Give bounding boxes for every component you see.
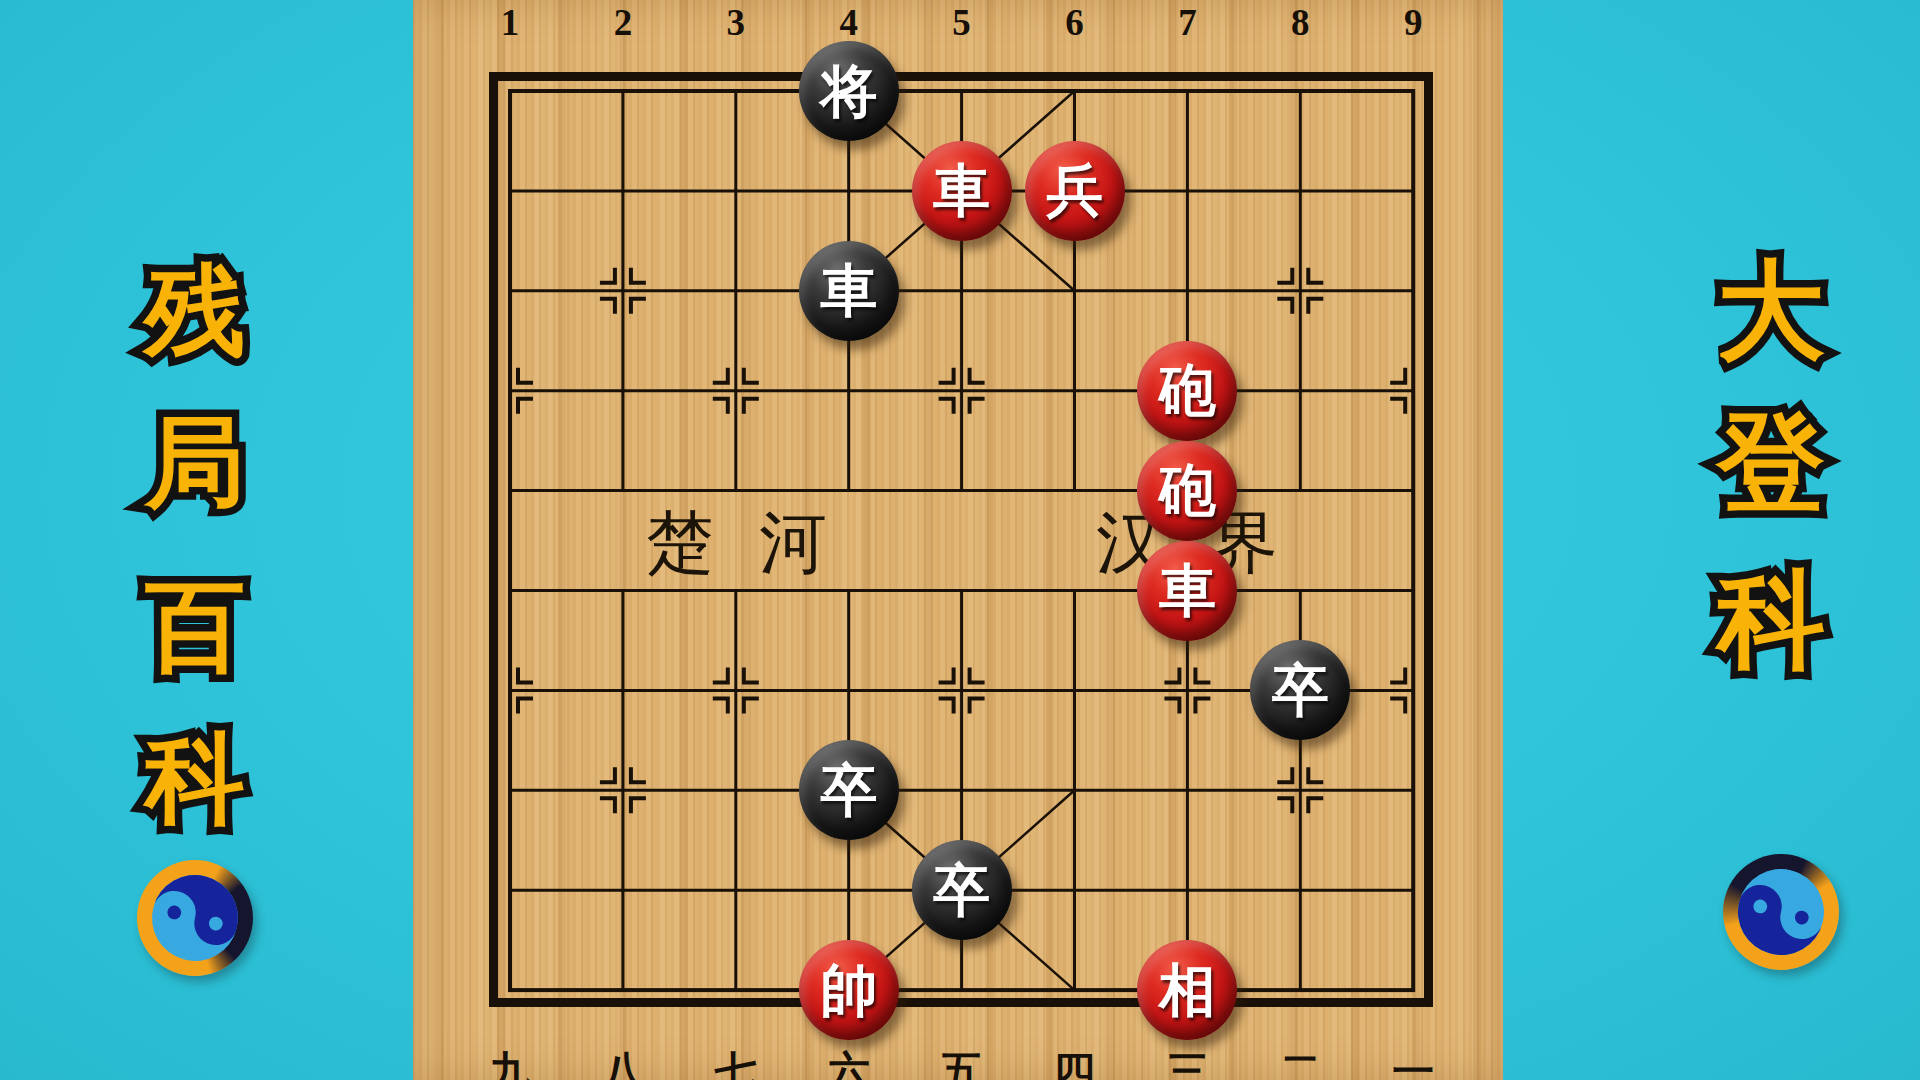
banner-left-char-1: 残残	[145, 262, 245, 362]
piece-char: 砲	[1159, 462, 1216, 519]
file-label-bottom-5: 五	[941, 1044, 983, 1080]
file-label-top-7: 7	[1178, 1, 1197, 44]
file-label-bottom-6: 四	[1054, 1044, 1096, 1080]
river-char-1: 楚	[646, 498, 714, 589]
file-label-top-6: 6	[1065, 1, 1084, 44]
file-label-top-5: 5	[952, 1, 971, 44]
banner-right-char-3: 科科	[1717, 567, 1825, 675]
file-label-top-9: 9	[1404, 1, 1423, 44]
piece-red-chariot-b[interactable]: 車	[1137, 541, 1237, 641]
piece-black-pawn-a[interactable]: 卒	[1250, 640, 1350, 740]
file-label-bottom-4: 六	[828, 1044, 870, 1080]
yin-yang-logo-right	[1723, 854, 1839, 970]
file-label-top-3: 3	[727, 1, 746, 44]
piece-red-elephant[interactable]: 相	[1137, 940, 1237, 1040]
banner-left-char-4: 科科	[145, 730, 245, 830]
piece-char: 車	[933, 162, 990, 219]
file-label-bottom-2: 八	[602, 1044, 644, 1080]
file-label-top-8: 8	[1291, 1, 1310, 44]
piece-red-pawn[interactable]: 兵	[1025, 141, 1125, 241]
piece-char: 砲	[1159, 362, 1216, 419]
piece-black-chariot[interactable]: 車	[799, 241, 899, 341]
piece-red-cannon-b[interactable]: 砲	[1137, 441, 1237, 541]
piece-black-general[interactable]: 将	[799, 41, 899, 141]
piece-black-pawn-b[interactable]: 卒	[799, 740, 899, 840]
file-label-bottom-8: 二	[1279, 1044, 1321, 1080]
file-label-bottom-1: 九	[489, 1044, 531, 1080]
screenshot-root: 123456789 九八七六五四三二一 楚河汉界 将車兵車砲砲車卒卒卒帥相 残残…	[0, 0, 1920, 1080]
piece-char: 卒	[820, 762, 877, 819]
piece-red-cannon-a[interactable]: 砲	[1137, 341, 1237, 441]
piece-char: 車	[1159, 562, 1216, 619]
piece-red-king[interactable]: 帥	[799, 940, 899, 1040]
piece-char: 帥	[820, 962, 877, 1019]
piece-char: 兵	[1046, 162, 1103, 219]
banner-right-char-2: 登登	[1717, 410, 1825, 518]
piece-red-chariot-a[interactable]: 車	[912, 141, 1012, 241]
file-label-top-4: 4	[839, 1, 858, 44]
yin-yang-logo-left	[137, 860, 253, 976]
piece-char: 卒	[1272, 662, 1329, 719]
piece-char: 将	[820, 63, 877, 120]
file-label-bottom-3: 七	[715, 1044, 757, 1080]
piece-char: 相	[1159, 962, 1216, 1019]
banner-right-char-1: 大大	[1717, 258, 1825, 366]
file-label-top-2: 2	[614, 1, 633, 44]
piece-black-pawn-c[interactable]: 卒	[912, 840, 1012, 940]
file-label-top-1: 1	[501, 1, 520, 44]
file-label-bottom-7: 三	[1166, 1044, 1208, 1080]
banner-left-char-2: 局局	[145, 414, 245, 514]
piece-char: 卒	[933, 862, 990, 919]
piece-char: 車	[820, 262, 877, 319]
file-label-bottom-9: 一	[1392, 1044, 1434, 1080]
river-char-2: 河	[759, 498, 827, 589]
banner-left-char-3: 百百	[145, 578, 245, 678]
